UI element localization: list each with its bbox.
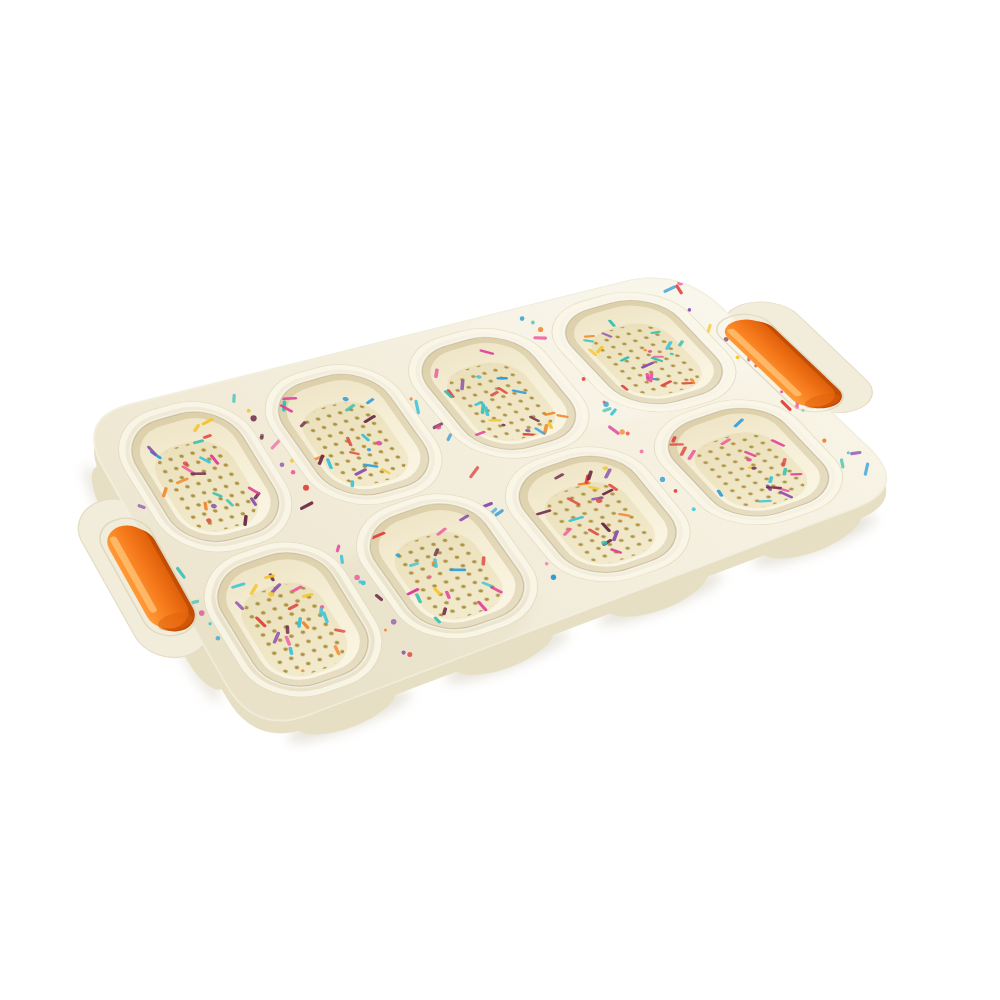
speck (531, 321, 535, 325)
speck (551, 575, 556, 580)
speck (640, 450, 644, 454)
speck (251, 415, 257, 421)
speck (303, 485, 309, 491)
speck (520, 316, 525, 321)
sprinkle (488, 419, 502, 422)
speck (538, 327, 543, 332)
sprinkle (533, 336, 547, 340)
sprinkle (285, 625, 289, 634)
sprinkle (350, 480, 354, 487)
speck (208, 622, 211, 625)
speck (626, 432, 630, 436)
speck (280, 462, 285, 467)
speck (402, 651, 406, 655)
sprinkle (190, 472, 206, 475)
product-photo (0, 0, 1000, 1000)
speck (688, 308, 692, 312)
speck (216, 636, 221, 641)
speck (620, 429, 625, 434)
speck (692, 507, 696, 511)
silicone-baguette-pan-photo (0, 0, 1000, 1000)
speck (354, 575, 359, 580)
speck (247, 409, 251, 413)
speck (674, 489, 678, 493)
speck (407, 652, 412, 657)
speck (780, 390, 783, 393)
sprinkle (496, 377, 508, 380)
speck (847, 451, 850, 454)
sprinkle (652, 356, 664, 358)
sprinkle (232, 394, 236, 403)
speck (199, 610, 205, 616)
speck (391, 619, 397, 625)
speck (736, 355, 740, 359)
speck (361, 581, 366, 586)
speck (660, 477, 665, 482)
speck (384, 629, 387, 632)
speck (545, 562, 549, 566)
speck (291, 470, 295, 474)
speck (436, 425, 441, 430)
sprinkle (449, 568, 466, 571)
speck (603, 401, 606, 404)
speck (410, 397, 413, 400)
speck (822, 439, 826, 443)
sprinkle (790, 473, 803, 476)
baking-pan-scene (0, 0, 1000, 1000)
speck (582, 377, 586, 381)
speck (260, 436, 264, 440)
sprinkle (481, 556, 485, 566)
sprinkle (766, 486, 782, 489)
